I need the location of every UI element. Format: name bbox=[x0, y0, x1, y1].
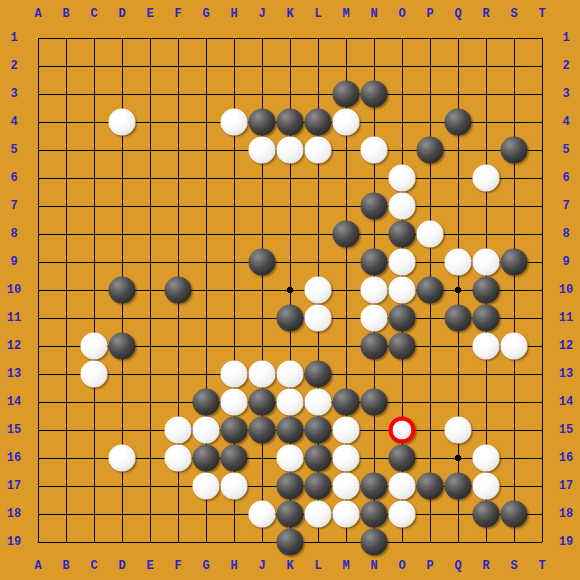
row-label-right: 19 bbox=[559, 536, 573, 548]
star-point bbox=[287, 287, 293, 293]
star-point bbox=[455, 455, 461, 461]
black-stone bbox=[389, 221, 416, 248]
column-label-bottom: S bbox=[510, 560, 517, 572]
white-stone bbox=[333, 445, 360, 472]
column-label-top: J bbox=[258, 8, 265, 20]
white-stone bbox=[473, 333, 500, 360]
row-label-right: 5 bbox=[562, 144, 569, 156]
white-stone bbox=[333, 109, 360, 136]
go-board[interactable]: AA11BB22CC33DD44EE55FF66GG77HH88JJ99KK10… bbox=[0, 0, 580, 580]
column-label-top: F bbox=[174, 8, 181, 20]
white-stone bbox=[333, 417, 360, 444]
black-stone bbox=[501, 501, 528, 528]
white-stone bbox=[249, 137, 276, 164]
white-stone bbox=[389, 501, 416, 528]
column-label-bottom: E bbox=[146, 560, 153, 572]
row-label-left: 4 bbox=[10, 116, 17, 128]
white-stone bbox=[305, 137, 332, 164]
column-label-top: C bbox=[90, 8, 97, 20]
row-label-left: 19 bbox=[7, 536, 21, 548]
column-label-top: A bbox=[34, 8, 41, 20]
row-label-right: 11 bbox=[559, 312, 573, 324]
black-stone bbox=[417, 277, 444, 304]
white-stone bbox=[361, 305, 388, 332]
row-label-right: 15 bbox=[559, 424, 573, 436]
black-stone bbox=[333, 81, 360, 108]
column-label-top: O bbox=[398, 8, 405, 20]
row-label-left: 11 bbox=[7, 312, 21, 324]
black-stone bbox=[333, 389, 360, 416]
white-stone bbox=[277, 389, 304, 416]
column-label-bottom: R bbox=[482, 560, 489, 572]
row-label-right: 12 bbox=[559, 340, 573, 352]
column-label-bottom: B bbox=[62, 560, 69, 572]
black-stone bbox=[389, 333, 416, 360]
row-label-left: 1 bbox=[10, 32, 17, 44]
white-stone bbox=[389, 249, 416, 276]
row-label-left: 9 bbox=[10, 256, 17, 268]
row-label-right: 4 bbox=[562, 116, 569, 128]
row-label-left: 10 bbox=[7, 284, 21, 296]
black-stone bbox=[249, 249, 276, 276]
column-label-bottom: C bbox=[90, 560, 97, 572]
white-stone bbox=[333, 501, 360, 528]
row-label-right: 6 bbox=[562, 172, 569, 184]
white-stone bbox=[305, 305, 332, 332]
black-stone bbox=[361, 193, 388, 220]
white-stone bbox=[445, 249, 472, 276]
row-label-left: 8 bbox=[10, 228, 17, 240]
row-label-left: 6 bbox=[10, 172, 17, 184]
black-stone bbox=[305, 417, 332, 444]
white-stone bbox=[193, 417, 220, 444]
black-stone bbox=[221, 445, 248, 472]
column-label-top: P bbox=[426, 8, 433, 20]
row-label-left: 17 bbox=[7, 480, 21, 492]
column-label-bottom: O bbox=[398, 560, 405, 572]
column-label-bottom: J bbox=[258, 560, 265, 572]
black-stone bbox=[445, 305, 472, 332]
white-stone bbox=[389, 277, 416, 304]
black-stone bbox=[305, 473, 332, 500]
black-stone bbox=[445, 473, 472, 500]
black-stone bbox=[305, 361, 332, 388]
black-stone bbox=[361, 249, 388, 276]
black-stone bbox=[361, 473, 388, 500]
column-label-bottom: A bbox=[34, 560, 41, 572]
row-label-left: 15 bbox=[7, 424, 21, 436]
row-label-left: 18 bbox=[7, 508, 21, 520]
black-stone bbox=[501, 249, 528, 276]
column-label-bottom: D bbox=[118, 560, 125, 572]
white-stone bbox=[361, 277, 388, 304]
white-stone bbox=[305, 389, 332, 416]
column-label-bottom: N bbox=[370, 560, 377, 572]
column-label-top: B bbox=[62, 8, 69, 20]
row-label-right: 17 bbox=[559, 480, 573, 492]
black-stone bbox=[333, 221, 360, 248]
white-stone bbox=[389, 165, 416, 192]
column-label-bottom: H bbox=[230, 560, 237, 572]
white-stone bbox=[473, 473, 500, 500]
column-label-top: T bbox=[538, 8, 545, 20]
column-label-bottom: F bbox=[174, 560, 181, 572]
row-label-right: 1 bbox=[562, 32, 569, 44]
white-stone bbox=[445, 417, 472, 444]
black-stone bbox=[109, 277, 136, 304]
white-stone bbox=[501, 333, 528, 360]
row-label-right: 18 bbox=[559, 508, 573, 520]
row-label-left: 2 bbox=[10, 60, 17, 72]
white-stone bbox=[221, 361, 248, 388]
column-label-bottom: L bbox=[314, 560, 321, 572]
row-label-right: 3 bbox=[562, 88, 569, 100]
black-stone bbox=[277, 305, 304, 332]
row-label-right: 9 bbox=[562, 256, 569, 268]
column-label-top: Q bbox=[454, 8, 461, 20]
white-stone bbox=[277, 137, 304, 164]
black-stone bbox=[277, 501, 304, 528]
white-stone bbox=[305, 277, 332, 304]
black-stone bbox=[193, 389, 220, 416]
row-label-left: 14 bbox=[7, 396, 21, 408]
row-label-right: 10 bbox=[559, 284, 573, 296]
row-label-right: 8 bbox=[562, 228, 569, 240]
row-label-right: 16 bbox=[559, 452, 573, 464]
column-label-top: S bbox=[510, 8, 517, 20]
column-label-bottom: T bbox=[538, 560, 545, 572]
white-stone bbox=[249, 361, 276, 388]
black-stone bbox=[473, 277, 500, 304]
row-label-right: 14 bbox=[559, 396, 573, 408]
black-stone bbox=[473, 501, 500, 528]
black-stone bbox=[361, 333, 388, 360]
star-point bbox=[455, 287, 461, 293]
white-stone bbox=[473, 445, 500, 472]
column-label-bottom: Q bbox=[454, 560, 461, 572]
column-label-bottom: M bbox=[342, 560, 349, 572]
black-stone bbox=[249, 417, 276, 444]
white-stone bbox=[109, 109, 136, 136]
column-label-bottom: G bbox=[202, 560, 209, 572]
column-label-top: L bbox=[314, 8, 321, 20]
row-label-left: 16 bbox=[7, 452, 21, 464]
white-stone bbox=[417, 221, 444, 248]
white-stone bbox=[81, 361, 108, 388]
black-stone bbox=[361, 389, 388, 416]
white-stone bbox=[193, 473, 220, 500]
black-stone bbox=[361, 501, 388, 528]
black-stone bbox=[109, 333, 136, 360]
column-label-top: D bbox=[118, 8, 125, 20]
column-label-top: E bbox=[146, 8, 153, 20]
black-stone bbox=[445, 109, 472, 136]
row-label-right: 13 bbox=[559, 368, 573, 380]
column-label-top: R bbox=[482, 8, 489, 20]
white-stone bbox=[361, 137, 388, 164]
white-stone bbox=[389, 473, 416, 500]
row-label-right: 7 bbox=[562, 200, 569, 212]
row-label-left: 5 bbox=[10, 144, 17, 156]
white-stone bbox=[333, 473, 360, 500]
black-stone bbox=[361, 81, 388, 108]
black-stone bbox=[417, 137, 444, 164]
white-stone bbox=[389, 193, 416, 220]
black-stone bbox=[389, 445, 416, 472]
row-label-left: 3 bbox=[10, 88, 17, 100]
white-stone bbox=[249, 501, 276, 528]
column-label-top: K bbox=[286, 8, 293, 20]
black-stone bbox=[277, 109, 304, 136]
white-stone bbox=[165, 445, 192, 472]
column-label-top: H bbox=[230, 8, 237, 20]
black-stone bbox=[473, 305, 500, 332]
black-stone bbox=[221, 417, 248, 444]
white-stone bbox=[221, 473, 248, 500]
white-stone bbox=[473, 165, 500, 192]
black-stone bbox=[361, 529, 388, 556]
column-label-top: M bbox=[342, 8, 349, 20]
black-stone bbox=[277, 417, 304, 444]
white-stone bbox=[221, 389, 248, 416]
row-label-left: 7 bbox=[10, 200, 17, 212]
column-label-top: N bbox=[370, 8, 377, 20]
white-stone bbox=[277, 361, 304, 388]
column-label-top: G bbox=[202, 8, 209, 20]
black-stone bbox=[193, 445, 220, 472]
white-stone bbox=[165, 417, 192, 444]
row-label-left: 13 bbox=[7, 368, 21, 380]
column-label-bottom: K bbox=[286, 560, 293, 572]
white-stone bbox=[109, 445, 136, 472]
black-stone bbox=[417, 473, 444, 500]
black-stone bbox=[501, 137, 528, 164]
row-label-left: 12 bbox=[7, 340, 21, 352]
black-stone bbox=[277, 529, 304, 556]
white-stone bbox=[277, 445, 304, 472]
black-stone bbox=[389, 305, 416, 332]
white-stone bbox=[81, 333, 108, 360]
black-stone bbox=[277, 473, 304, 500]
column-label-bottom: P bbox=[426, 560, 433, 572]
white-stone bbox=[473, 249, 500, 276]
black-stone bbox=[305, 109, 332, 136]
white-stone bbox=[221, 109, 248, 136]
row-label-right: 2 bbox=[562, 60, 569, 72]
marked-last-move-white-stone bbox=[389, 417, 416, 444]
black-stone bbox=[165, 277, 192, 304]
black-stone bbox=[305, 445, 332, 472]
black-stone bbox=[249, 389, 276, 416]
white-stone bbox=[305, 501, 332, 528]
black-stone bbox=[249, 109, 276, 136]
